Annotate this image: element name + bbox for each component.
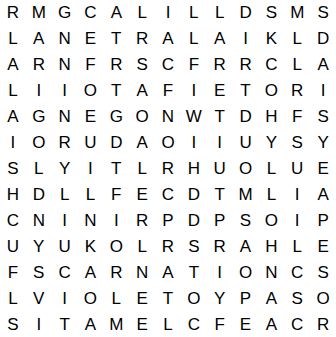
grid-cell-r7c13[interactable]: E	[310, 156, 336, 182]
grid-cell-r11c10[interactable]: O	[233, 259, 259, 285]
grid-cell-r11c13[interactable]: S	[310, 259, 336, 285]
grid-cell-r1c3[interactable]: G	[52, 0, 78, 26]
grid-cell-r9c7[interactable]: P	[155, 207, 181, 233]
grid-cell-r12c12[interactable]: S	[284, 285, 310, 311]
grid-cell-r4c4[interactable]: O	[78, 78, 104, 104]
grid-cell-r9c13[interactable]: P	[310, 207, 336, 233]
grid-cell-r3c1[interactable]: A	[0, 52, 26, 78]
grid-cell-r1c13[interactable]: S	[310, 0, 336, 26]
grid-cell-r5c5[interactable]: G	[103, 104, 129, 130]
grid-cell-r3c13[interactable]: A	[310, 52, 336, 78]
grid-cell-r5c12[interactable]: F	[284, 104, 310, 130]
grid-cell-r3c8[interactable]: F	[181, 52, 207, 78]
grid-cell-r8c11[interactable]: L	[258, 181, 284, 207]
grid-cell-r4c12[interactable]: R	[284, 78, 310, 104]
grid-cell-r10c4[interactable]: K	[78, 233, 104, 259]
grid-cell-r7c4[interactable]: I	[78, 156, 104, 182]
grid-cell-r6c8[interactable]: I	[181, 130, 207, 156]
grid-cell-r2c2[interactable]: A	[26, 26, 52, 52]
grid-cell-r12c6[interactable]: E	[129, 285, 155, 311]
grid-cell-r13c1[interactable]: S	[0, 311, 26, 337]
grid-cell-r10c6[interactable]: L	[129, 233, 155, 259]
grid-cell-r13c9[interactable]: F	[207, 311, 233, 337]
grid-cell-r2c12[interactable]: L	[284, 26, 310, 52]
grid-cell-r3c9[interactable]: R	[207, 52, 233, 78]
grid-cell-r10c13[interactable]: E	[310, 233, 336, 259]
grid-cell-r12c13[interactable]: O	[310, 285, 336, 311]
grid-cell-r11c1[interactable]: F	[0, 259, 26, 285]
grid-cell-r5c4[interactable]: E	[78, 104, 104, 130]
grid-cell-r10c9[interactable]: R	[207, 233, 233, 259]
grid-cell-r5c6[interactable]: O	[129, 104, 155, 130]
grid-cell-r6c11[interactable]: Y	[258, 130, 284, 156]
grid-cell-r6c13[interactable]: Y	[310, 130, 336, 156]
grid-cell-r6c2[interactable]: O	[26, 130, 52, 156]
grid-cell-r9c1[interactable]: C	[0, 207, 26, 233]
grid-cell-r8c2[interactable]: D	[26, 181, 52, 207]
grid-cell-r10c10[interactable]: A	[233, 233, 259, 259]
grid-cell-r8c4[interactable]: L	[78, 181, 104, 207]
grid-cell-r7c1[interactable]: S	[0, 156, 26, 182]
grid-cell-r12c8[interactable]: O	[181, 285, 207, 311]
grid-cell-r10c3[interactable]: U	[52, 233, 78, 259]
grid-cell-r1c12[interactable]: M	[284, 0, 310, 26]
grid-cell-r7c7[interactable]: R	[155, 156, 181, 182]
grid-cell-r4c9[interactable]: E	[207, 78, 233, 104]
grid-cell-r1c5[interactable]: A	[103, 0, 129, 26]
grid-cell-r8c1[interactable]: H	[0, 181, 26, 207]
grid-cell-r4c10[interactable]: T	[233, 78, 259, 104]
grid-cell-r11c11[interactable]: N	[258, 259, 284, 285]
grid-cell-r12c3[interactable]: I	[52, 285, 78, 311]
grid-cell-r2c8[interactable]: L	[181, 26, 207, 52]
grid-cell-r8c12[interactable]: I	[284, 181, 310, 207]
grid-cell-r9c11[interactable]: O	[258, 207, 284, 233]
grid-cell-r4c3[interactable]: I	[52, 78, 78, 104]
grid-cell-r10c8[interactable]: S	[181, 233, 207, 259]
grid-cell-r11c7[interactable]: A	[155, 259, 181, 285]
grid-cell-r9c9[interactable]: P	[207, 207, 233, 233]
grid-cell-r11c12[interactable]: C	[284, 259, 310, 285]
grid-cell-r12c10[interactable]: P	[233, 285, 259, 311]
grid-cell-r7c6[interactable]: L	[129, 156, 155, 182]
grid-cell-r12c11[interactable]: A	[258, 285, 284, 311]
grid-cell-r2c3[interactable]: N	[52, 26, 78, 52]
grid-cell-r1c9[interactable]: L	[207, 0, 233, 26]
grid-cell-r9c10[interactable]: S	[233, 207, 259, 233]
grid-cell-r9c12[interactable]: I	[284, 207, 310, 233]
grid-cell-r9c2[interactable]: N	[26, 207, 52, 233]
grid-cell-r1c11[interactable]: S	[258, 0, 284, 26]
grid-cell-r8c13[interactable]: A	[310, 181, 336, 207]
grid-cell-r11c3[interactable]: C	[52, 259, 78, 285]
grid-cell-r1c8[interactable]: L	[181, 0, 207, 26]
grid-cell-r11c4[interactable]: A	[78, 259, 104, 285]
grid-cell-r6c4[interactable]: U	[78, 130, 104, 156]
grid-cell-r2c1[interactable]: L	[0, 26, 26, 52]
grid-cell-r2c7[interactable]: A	[155, 26, 181, 52]
grid-cell-r7c12[interactable]: U	[284, 156, 310, 182]
grid-cell-r2c5[interactable]: T	[103, 26, 129, 52]
grid-cell-r9c6[interactable]: R	[129, 207, 155, 233]
grid-cell-r7c2[interactable]: L	[26, 156, 52, 182]
grid-cell-r7c10[interactable]: O	[233, 156, 259, 182]
grid-cell-r13c13[interactable]: R	[310, 311, 336, 337]
grid-cell-r13c11[interactable]: A	[258, 311, 284, 337]
grid-cell-r12c7[interactable]: T	[155, 285, 181, 311]
grid-cell-r6c9[interactable]: I	[207, 130, 233, 156]
grid-cell-r10c2[interactable]: Y	[26, 233, 52, 259]
grid-cell-r12c1[interactable]: L	[0, 285, 26, 311]
grid-cell-r6c10[interactable]: U	[233, 130, 259, 156]
grid-cell-r4c11[interactable]: O	[258, 78, 284, 104]
grid-cell-r13c8[interactable]: C	[181, 311, 207, 337]
grid-cell-r13c6[interactable]: E	[129, 311, 155, 337]
grid-cell-r10c12[interactable]: L	[284, 233, 310, 259]
grid-cell-r3c12[interactable]: L	[284, 52, 310, 78]
grid-cell-r13c10[interactable]: E	[233, 311, 259, 337]
grid-cell-r7c3[interactable]: Y	[52, 156, 78, 182]
grid-cell-r2c6[interactable]: R	[129, 26, 155, 52]
grid-cell-r3c6[interactable]: S	[129, 52, 155, 78]
grid-cell-r5c2[interactable]: G	[26, 104, 52, 130]
grid-cell-r8c3[interactable]: L	[52, 181, 78, 207]
grid-cell-r5c1[interactable]: A	[0, 104, 26, 130]
grid-cell-r12c9[interactable]: Y	[207, 285, 233, 311]
grid-cell-r13c7[interactable]: L	[155, 311, 181, 337]
grid-cell-r12c2[interactable]: V	[26, 285, 52, 311]
grid-cell-r5c11[interactable]: H	[258, 104, 284, 130]
grid-cell-r1c1[interactable]: R	[0, 0, 26, 26]
grid-cell-r3c11[interactable]: C	[258, 52, 284, 78]
grid-cell-r9c8[interactable]: D	[181, 207, 207, 233]
grid-cell-r10c1[interactable]: U	[0, 233, 26, 259]
grid-cell-r2c4[interactable]: E	[78, 26, 104, 52]
grid-cell-r2c13[interactable]: D	[310, 26, 336, 52]
grid-cell-r7c5[interactable]: T	[103, 156, 129, 182]
grid-cell-r10c7[interactable]: R	[155, 233, 181, 259]
grid-cell-r4c6[interactable]: A	[129, 78, 155, 104]
grid-cell-r8c7[interactable]: C	[155, 181, 181, 207]
grid-cell-r5c9[interactable]: T	[207, 104, 233, 130]
grid-cell-r2c11[interactable]: K	[258, 26, 284, 52]
grid-cell-r2c9[interactable]: A	[207, 26, 233, 52]
grid-cell-r5c13[interactable]: S	[310, 104, 336, 130]
grid-cell-r8c5[interactable]: F	[103, 181, 129, 207]
grid-cell-r11c9[interactable]: I	[207, 259, 233, 285]
grid-cell-r3c4[interactable]: F	[78, 52, 104, 78]
grid-cell-r6c12[interactable]: S	[284, 130, 310, 156]
grid-cell-r1c7[interactable]: I	[155, 0, 181, 26]
grid-cell-r4c8[interactable]: I	[181, 78, 207, 104]
grid-cell-r3c7[interactable]: C	[155, 52, 181, 78]
grid-cell-r4c2[interactable]: I	[26, 78, 52, 104]
grid-cell-r11c8[interactable]: T	[181, 259, 207, 285]
grid-cell-r1c2[interactable]: M	[26, 0, 52, 26]
grid-cell-r8c6[interactable]: E	[129, 181, 155, 207]
grid-cell-r4c13[interactable]: I	[310, 78, 336, 104]
grid-cell-r9c3[interactable]: I	[52, 207, 78, 233]
grid-cell-r3c5[interactable]: R	[103, 52, 129, 78]
grid-cell-r13c4[interactable]: A	[78, 311, 104, 337]
grid-cell-r1c10[interactable]: D	[233, 0, 259, 26]
grid-cell-r11c2[interactable]: S	[26, 259, 52, 285]
grid-cell-r4c7[interactable]: F	[155, 78, 181, 104]
grid-cell-r8c8[interactable]: D	[181, 181, 207, 207]
grid-cell-r9c4[interactable]: N	[78, 207, 104, 233]
grid-cell-r4c5[interactable]: T	[103, 78, 129, 104]
grid-cell-r8c10[interactable]: M	[233, 181, 259, 207]
grid-cell-r11c5[interactable]: R	[103, 259, 129, 285]
grid-cell-r5c7[interactable]: N	[155, 104, 181, 130]
grid-cell-r7c9[interactable]: U	[207, 156, 233, 182]
grid-cell-r10c5[interactable]: O	[103, 233, 129, 259]
grid-cell-r13c2[interactable]: I	[26, 311, 52, 337]
grid-cell-r1c6[interactable]: L	[129, 0, 155, 26]
grid-cell-r5c3[interactable]: N	[52, 104, 78, 130]
grid-cell-r3c3[interactable]: N	[52, 52, 78, 78]
grid-cell-r5c8[interactable]: W	[181, 104, 207, 130]
grid-cell-r13c12[interactable]: C	[284, 311, 310, 337]
grid-cell-r6c6[interactable]: A	[129, 130, 155, 156]
grid-cell-r12c5[interactable]: L	[103, 285, 129, 311]
grid-cell-r4c1[interactable]: L	[0, 78, 26, 104]
grid-cell-r2c10[interactable]: I	[233, 26, 259, 52]
grid-cell-r6c7[interactable]: O	[155, 130, 181, 156]
grid-cell-r6c5[interactable]: D	[103, 130, 129, 156]
word-search-grid: RMGCALILLDSMSLANETRALAIKLDARNFRSCFRRCLAL…	[0, 0, 336, 337]
grid-cell-r11c6[interactable]: N	[129, 259, 155, 285]
grid-cell-r13c3[interactable]: T	[52, 311, 78, 337]
grid-cell-r1c4[interactable]: C	[78, 0, 104, 26]
grid-cell-r3c2[interactable]: R	[26, 52, 52, 78]
grid-cell-r6c1[interactable]: I	[0, 130, 26, 156]
grid-cell-r3c10[interactable]: R	[233, 52, 259, 78]
grid-cell-r9c5[interactable]: I	[103, 207, 129, 233]
grid-cell-r13c5[interactable]: M	[103, 311, 129, 337]
grid-cell-r6c3[interactable]: R	[52, 130, 78, 156]
grid-cell-r10c11[interactable]: H	[258, 233, 284, 259]
grid-cell-r8c9[interactable]: T	[207, 181, 233, 207]
grid-cell-r5c10[interactable]: D	[233, 104, 259, 130]
grid-cell-r12c4[interactable]: O	[78, 285, 104, 311]
grid-cell-r7c8[interactable]: H	[181, 156, 207, 182]
grid-cell-r7c11[interactable]: L	[258, 156, 284, 182]
